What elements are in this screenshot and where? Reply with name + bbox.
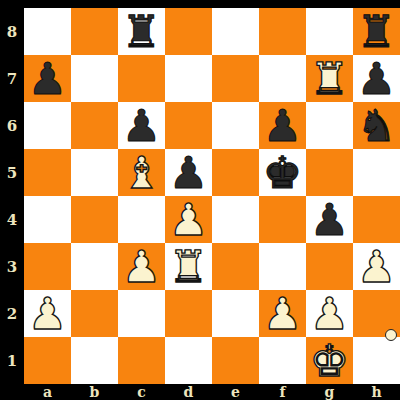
- white-rook[interactable]: ♜: [169, 243, 208, 290]
- square-d8[interactable]: [165, 8, 212, 55]
- white-rook[interactable]: ♜: [310, 55, 349, 102]
- file-labels: abcdefgh: [24, 384, 400, 400]
- square-d3[interactable]: ♜: [165, 243, 212, 290]
- square-h5[interactable]: [353, 149, 400, 196]
- square-a6[interactable]: [24, 102, 71, 149]
- square-e6[interactable]: [212, 102, 259, 149]
- square-g5[interactable]: [306, 149, 353, 196]
- chess-diagram: 87654321 ♜♜♟♜♟♟♟♞♝♟♚♟♟♟♜♟♟♟♟♚ abcdefgh: [0, 0, 400, 400]
- square-g8[interactable]: [306, 8, 353, 55]
- square-f1[interactable]: [259, 337, 306, 384]
- white-pawn[interactable]: ♟: [310, 290, 349, 337]
- white-pawn[interactable]: ♟: [169, 196, 208, 243]
- square-h7[interactable]: ♟: [353, 55, 400, 102]
- square-a8[interactable]: [24, 8, 71, 55]
- chess-board: ♜♜♟♜♟♟♟♞♝♟♚♟♟♟♜♟♟♟♟♚: [24, 8, 400, 384]
- square-b5[interactable]: [71, 149, 118, 196]
- square-d2[interactable]: [165, 290, 212, 337]
- square-g7[interactable]: ♜: [306, 55, 353, 102]
- rank-label-4: 4: [0, 196, 24, 243]
- black-pawn[interactable]: ♟: [122, 102, 161, 149]
- square-f8[interactable]: [259, 8, 306, 55]
- rank-label-1: 1: [0, 337, 24, 384]
- square-e2[interactable]: [212, 290, 259, 337]
- square-a7[interactable]: ♟: [24, 55, 71, 102]
- rank-label-7: 7: [0, 55, 24, 102]
- square-a4[interactable]: [24, 196, 71, 243]
- square-d7[interactable]: [165, 55, 212, 102]
- square-c2[interactable]: [118, 290, 165, 337]
- file-label-b: b: [71, 384, 118, 400]
- square-f3[interactable]: [259, 243, 306, 290]
- white-pawn[interactable]: ♟: [122, 243, 161, 290]
- file-label-f: f: [259, 384, 306, 400]
- square-b2[interactable]: [71, 290, 118, 337]
- square-g4[interactable]: ♟: [306, 196, 353, 243]
- square-d1[interactable]: [165, 337, 212, 384]
- black-knight[interactable]: ♞: [357, 102, 396, 149]
- square-f4[interactable]: [259, 196, 306, 243]
- square-e3[interactable]: [212, 243, 259, 290]
- square-c1[interactable]: [118, 337, 165, 384]
- file-label-d: d: [165, 384, 212, 400]
- square-e4[interactable]: [212, 196, 259, 243]
- square-b1[interactable]: [71, 337, 118, 384]
- rank-labels: 87654321: [0, 8, 24, 384]
- black-rook[interactable]: ♜: [357, 8, 396, 55]
- black-rook[interactable]: ♜: [122, 8, 161, 55]
- rank-label-2: 2: [0, 290, 24, 337]
- square-c6[interactable]: ♟: [118, 102, 165, 149]
- square-c7[interactable]: [118, 55, 165, 102]
- square-b7[interactable]: [71, 55, 118, 102]
- rank-label-3: 3: [0, 243, 24, 290]
- black-pawn[interactable]: ♟: [263, 102, 302, 149]
- square-c5[interactable]: ♝: [118, 149, 165, 196]
- square-a2[interactable]: ♟: [24, 290, 71, 337]
- square-a5[interactable]: [24, 149, 71, 196]
- square-e1[interactable]: [212, 337, 259, 384]
- square-h1[interactable]: [353, 337, 400, 384]
- square-c4[interactable]: [118, 196, 165, 243]
- square-g1[interactable]: ♚: [306, 337, 353, 384]
- square-a3[interactable]: [24, 243, 71, 290]
- black-pawn[interactable]: ♟: [310, 196, 349, 243]
- square-e7[interactable]: [212, 55, 259, 102]
- square-e5[interactable]: [212, 149, 259, 196]
- square-g2[interactable]: ♟: [306, 290, 353, 337]
- white-bishop[interactable]: ♝: [122, 149, 161, 196]
- square-g6[interactable]: [306, 102, 353, 149]
- square-f5[interactable]: ♚: [259, 149, 306, 196]
- file-label-h: h: [353, 384, 400, 400]
- file-label-g: g: [306, 384, 353, 400]
- file-label-e: e: [212, 384, 259, 400]
- white-pawn[interactable]: ♟: [28, 290, 67, 337]
- white-pawn[interactable]: ♟: [263, 290, 302, 337]
- rank-label-6: 6: [0, 102, 24, 149]
- square-g3[interactable]: [306, 243, 353, 290]
- black-king[interactable]: ♚: [263, 149, 302, 196]
- white-to-move-indicator: [385, 329, 397, 341]
- square-b6[interactable]: [71, 102, 118, 149]
- square-h6[interactable]: ♞: [353, 102, 400, 149]
- square-h4[interactable]: [353, 196, 400, 243]
- square-a1[interactable]: [24, 337, 71, 384]
- square-e8[interactable]: [212, 8, 259, 55]
- file-label-c: c: [118, 384, 165, 400]
- square-d6[interactable]: [165, 102, 212, 149]
- square-d5[interactable]: ♟: [165, 149, 212, 196]
- square-b8[interactable]: [71, 8, 118, 55]
- black-pawn[interactable]: ♟: [28, 55, 67, 102]
- rank-label-5: 5: [0, 149, 24, 196]
- black-pawn[interactable]: ♟: [169, 149, 208, 196]
- black-pawn[interactable]: ♟: [357, 55, 396, 102]
- square-c3[interactable]: ♟: [118, 243, 165, 290]
- square-c8[interactable]: ♜: [118, 8, 165, 55]
- square-h3[interactable]: ♟: [353, 243, 400, 290]
- square-b4[interactable]: [71, 196, 118, 243]
- square-h8[interactable]: ♜: [353, 8, 400, 55]
- rank-label-8: 8: [0, 8, 24, 55]
- white-king[interactable]: ♚: [310, 337, 349, 384]
- file-label-a: a: [24, 384, 71, 400]
- square-f2[interactable]: ♟: [259, 290, 306, 337]
- square-d4[interactable]: ♟: [165, 196, 212, 243]
- square-f7[interactable]: [259, 55, 306, 102]
- square-b3[interactable]: [71, 243, 118, 290]
- square-f6[interactable]: ♟: [259, 102, 306, 149]
- white-pawn[interactable]: ♟: [357, 243, 396, 290]
